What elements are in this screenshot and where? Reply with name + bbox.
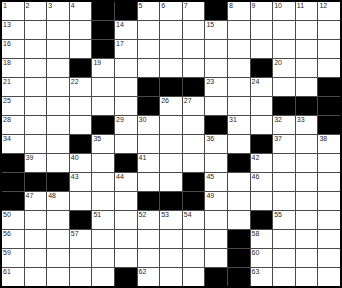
- block-r9-c1: [2, 154, 24, 172]
- cell-r9-c2[interactable]: 39: [25, 154, 47, 172]
- cell-r11-c3[interactable]: 48: [47, 192, 69, 210]
- cell-r11-c15[interactable]: [318, 192, 340, 210]
- cell-r6-c5[interactable]: [92, 97, 114, 115]
- clue-number-27: 27: [184, 97, 192, 105]
- cell-r15-c1[interactable]: 61: [2, 268, 24, 286]
- cell-r7-c1[interactable]: 28: [2, 116, 24, 134]
- block-r11-c9: [183, 192, 205, 210]
- cell-r9-c14[interactable]: [296, 154, 318, 172]
- cell-r4-c3[interactable]: [47, 59, 69, 77]
- block-r3-c5: [92, 40, 114, 58]
- clue-number-34: 34: [3, 135, 11, 143]
- cell-r3-c10[interactable]: [205, 40, 227, 58]
- cell-r7-c7[interactable]: 30: [138, 116, 160, 134]
- cell-r5-c13[interactable]: [273, 78, 295, 96]
- cell-r12-c6[interactable]: [115, 211, 137, 229]
- clue-number-35: 35: [93, 135, 101, 143]
- cell-r12-c1[interactable]: 50: [2, 211, 24, 229]
- cell-r4-c8[interactable]: [160, 59, 182, 77]
- cell-r12-c5[interactable]: 51: [92, 211, 114, 229]
- cell-r1-c2[interactable]: 2: [25, 2, 47, 20]
- cell-r8-c9[interactable]: [183, 135, 205, 153]
- cell-r14-c10[interactable]: [205, 249, 227, 267]
- cell-r10-c5[interactable]: [92, 173, 114, 191]
- clue-number-40: 40: [71, 154, 79, 162]
- cell-r10-c4[interactable]: 43: [70, 173, 92, 191]
- clue-number-60: 60: [252, 249, 260, 257]
- block-r10-c9: [183, 173, 205, 191]
- cell-r3-c9[interactable]: [183, 40, 205, 58]
- block-r12-c4: [70, 211, 92, 229]
- cell-r1-c8[interactable]: 6: [160, 2, 182, 20]
- cell-r7-c12[interactable]: [251, 116, 273, 134]
- cell-r9-c5[interactable]: [92, 154, 114, 172]
- cell-r9-c13[interactable]: [273, 154, 295, 172]
- cell-r6-c2[interactable]: [25, 97, 47, 115]
- cell-r14-c7[interactable]: [138, 249, 160, 267]
- cell-r11-c6[interactable]: [115, 192, 137, 210]
- clue-number-11: 11: [297, 2, 304, 10]
- crossword-grid: 1234567891011121314151617181920212223242…: [0, 0, 342, 288]
- clue-number-33: 33: [297, 116, 305, 124]
- cell-r3-c3[interactable]: [47, 40, 69, 58]
- clue-number-43: 43: [71, 173, 79, 181]
- block-r10-c3: [47, 173, 69, 191]
- cell-r14-c6[interactable]: [115, 249, 137, 267]
- cell-r5-c3[interactable]: [47, 78, 69, 96]
- cell-r1-c14[interactable]: 11: [296, 2, 318, 20]
- cell-r3-c6[interactable]: 17: [115, 40, 137, 58]
- cell-r10-c8[interactable]: [160, 173, 182, 191]
- clue-number-2: 2: [26, 2, 30, 10]
- clue-number-16: 16: [3, 40, 11, 48]
- cell-r11-c12[interactable]: [251, 192, 273, 210]
- clue-number-55: 55: [274, 211, 282, 219]
- cell-r2-c8[interactable]: [160, 21, 182, 39]
- cell-r13-c1[interactable]: 56: [2, 230, 24, 248]
- cell-r14-c8[interactable]: [160, 249, 182, 267]
- clue-number-8: 8: [229, 2, 233, 10]
- clue-number-26: 26: [161, 97, 169, 105]
- cell-r7-c4[interactable]: [70, 116, 92, 134]
- cell-r4-c11[interactable]: [228, 59, 250, 77]
- cell-r6-c4[interactable]: [70, 97, 92, 115]
- cell-r7-c6[interactable]: 29: [115, 116, 137, 134]
- clue-number-39: 39: [26, 154, 34, 162]
- cell-r6-c1[interactable]: 25: [2, 97, 24, 115]
- cell-r3-c8[interactable]: [160, 40, 182, 58]
- cell-r5-c14[interactable]: [296, 78, 318, 96]
- block-r5-c9: [183, 78, 205, 96]
- cell-r4-c10[interactable]: [205, 59, 227, 77]
- cell-r11-c10[interactable]: 49: [205, 192, 227, 210]
- clue-number-63: 63: [252, 268, 260, 276]
- cell-r11-c4[interactable]: [70, 192, 92, 210]
- cell-r8-c1[interactable]: 34: [2, 135, 24, 153]
- cell-r10-c7[interactable]: [138, 173, 160, 191]
- block-r8-c4: [70, 135, 92, 153]
- block-r6-c14: [296, 97, 318, 115]
- cell-r1-c11[interactable]: 8: [228, 2, 250, 20]
- cell-r3-c14[interactable]: [296, 40, 318, 58]
- cell-r2-c12[interactable]: [251, 21, 273, 39]
- cell-r5-c1[interactable]: 21: [2, 78, 24, 96]
- clue-number-54: 54: [184, 211, 192, 219]
- cell-r1-c4[interactable]: 4: [70, 2, 92, 20]
- cell-r3-c4[interactable]: [70, 40, 92, 58]
- cell-r7-c8[interactable]: [160, 116, 182, 134]
- cell-r13-c14[interactable]: [296, 230, 318, 248]
- cell-r8-c6[interactable]: [115, 135, 137, 153]
- clue-number-5: 5: [139, 2, 143, 10]
- cell-r14-c12[interactable]: 60: [251, 249, 273, 267]
- clue-number-30: 30: [139, 116, 147, 124]
- cell-r12-c2[interactable]: [25, 211, 47, 229]
- cell-r1-c9[interactable]: 7: [183, 2, 205, 20]
- block-r13-c11: [228, 230, 250, 248]
- clue-number-1: 1: [3, 2, 7, 10]
- cell-r12-c7[interactable]: 52: [138, 211, 160, 229]
- clue-number-12: 12: [319, 2, 327, 10]
- block-r6-c15: [318, 97, 340, 115]
- cell-r8-c7[interactable]: [138, 135, 160, 153]
- cell-r1-c1[interactable]: 1: [2, 2, 24, 20]
- cell-r8-c15[interactable]: 38: [318, 135, 340, 153]
- cell-r2-c6[interactable]: 14: [115, 21, 137, 39]
- clue-number-28: 28: [3, 116, 11, 124]
- clue-number-50: 50: [3, 211, 11, 219]
- cell-r11-c13[interactable]: [273, 192, 295, 210]
- clue-number-18: 18: [3, 59, 11, 67]
- block-r7-c5: [92, 116, 114, 134]
- cell-r4-c15[interactable]: [318, 59, 340, 77]
- cell-r9-c7[interactable]: 41: [138, 154, 160, 172]
- clue-number-14: 14: [116, 21, 124, 29]
- block-r5-c7: [138, 78, 160, 96]
- cell-r10-c14[interactable]: [296, 173, 318, 191]
- clue-number-21: 21: [3, 78, 11, 86]
- cell-r15-c2[interactable]: [25, 268, 47, 286]
- block-r4-c4: [70, 59, 92, 77]
- cell-r4-c5[interactable]: 19: [92, 59, 114, 77]
- block-r5-c15: [318, 78, 340, 96]
- cell-r15-c12[interactable]: 63: [251, 268, 273, 286]
- clue-number-46: 46: [252, 173, 260, 181]
- cell-r15-c3[interactable]: [47, 268, 69, 286]
- cell-r2-c10[interactable]: 15: [205, 21, 227, 39]
- clue-number-58: 58: [252, 230, 260, 238]
- cell-r13-c7[interactable]: [138, 230, 160, 248]
- cell-r15-c7[interactable]: 62: [138, 268, 160, 286]
- clue-number-23: 23: [206, 78, 214, 86]
- cell-r6-c10[interactable]: [205, 97, 227, 115]
- cell-r6-c12[interactable]: [251, 97, 273, 115]
- cell-r9-c10[interactable]: [205, 154, 227, 172]
- clue-number-57: 57: [71, 230, 79, 238]
- cell-r1-c7[interactable]: 5: [138, 2, 160, 20]
- clue-number-48: 48: [48, 192, 56, 200]
- cell-r12-c13[interactable]: 55: [273, 211, 295, 229]
- cell-r5-c2[interactable]: [25, 78, 47, 96]
- block-r9-c11: [228, 154, 250, 172]
- cell-r2-c2[interactable]: [25, 21, 47, 39]
- clue-number-56: 56: [3, 230, 11, 238]
- cell-r10-c11[interactable]: [228, 173, 250, 191]
- cell-r8-c3[interactable]: [47, 135, 69, 153]
- cell-r13-c10[interactable]: [205, 230, 227, 248]
- cell-r3-c1[interactable]: 16: [2, 40, 24, 58]
- cell-r12-c14[interactable]: [296, 211, 318, 229]
- cell-r14-c1[interactable]: 59: [2, 249, 24, 267]
- cell-r3-c12[interactable]: [251, 40, 273, 58]
- cell-r6-c6[interactable]: [115, 97, 137, 115]
- clue-number-52: 52: [139, 211, 147, 219]
- cell-r8-c2[interactable]: [25, 135, 47, 153]
- block-r9-c6: [115, 154, 137, 172]
- clue-number-45: 45: [206, 173, 214, 181]
- cell-r3-c2[interactable]: [25, 40, 47, 58]
- clue-number-49: 49: [206, 192, 214, 200]
- cell-r15-c13[interactable]: [273, 268, 295, 286]
- clue-number-10: 10: [274, 2, 282, 10]
- block-r7-c15: [318, 116, 340, 134]
- cell-r13-c2[interactable]: [25, 230, 47, 248]
- cell-r14-c5[interactable]: [92, 249, 114, 267]
- cell-r4-c1[interactable]: 18: [2, 59, 24, 77]
- cell-r7-c9[interactable]: [183, 116, 205, 134]
- cell-r5-c4[interactable]: 22: [70, 78, 92, 96]
- cell-r2-c7[interactable]: [138, 21, 160, 39]
- cell-r5-c5[interactable]: [92, 78, 114, 96]
- clue-number-41: 41: [139, 154, 147, 162]
- block-r1-c5: [92, 2, 114, 20]
- cell-r6-c11[interactable]: [228, 97, 250, 115]
- cell-r15-c5[interactable]: [92, 268, 114, 286]
- clue-number-19: 19: [93, 59, 101, 67]
- cell-r13-c12[interactable]: 58: [251, 230, 273, 248]
- cell-r15-c14[interactable]: [296, 268, 318, 286]
- cell-r2-c13[interactable]: [273, 21, 295, 39]
- cell-r5-c6[interactable]: [115, 78, 137, 96]
- cell-r14-c14[interactable]: [296, 249, 318, 267]
- cell-r14-c9[interactable]: [183, 249, 205, 267]
- clue-number-17: 17: [116, 40, 124, 48]
- cell-r9-c3[interactable]: [47, 154, 69, 172]
- block-r11-c1: [2, 192, 24, 210]
- clue-number-61: 61: [3, 268, 11, 276]
- clue-number-29: 29: [116, 116, 124, 124]
- cell-r1-c3[interactable]: 3: [47, 2, 69, 20]
- block-r4-c12: [251, 59, 273, 77]
- cell-r3-c13[interactable]: [273, 40, 295, 58]
- cell-r7-c14[interactable]: 33: [296, 116, 318, 134]
- cell-r13-c15[interactable]: [318, 230, 340, 248]
- block-r6-c13: [273, 97, 295, 115]
- cell-r7-c11[interactable]: 31: [228, 116, 250, 134]
- block-r7-c10: [205, 116, 227, 134]
- clue-number-22: 22: [71, 78, 79, 86]
- cell-r9-c15[interactable]: [318, 154, 340, 172]
- cell-r13-c4[interactable]: 57: [70, 230, 92, 248]
- cell-r15-c9[interactable]: [183, 268, 205, 286]
- block-r5-c8: [160, 78, 182, 96]
- cell-r10-c12[interactable]: 46: [251, 173, 273, 191]
- block-r1-c10: [205, 2, 227, 20]
- cell-r11-c11[interactable]: [228, 192, 250, 210]
- cell-r9-c9[interactable]: [183, 154, 205, 172]
- cell-r8-c5[interactable]: 35: [92, 135, 114, 153]
- cell-r8-c13[interactable]: 37: [273, 135, 295, 153]
- clue-number-36: 36: [206, 135, 214, 143]
- block-r10-c2: [25, 173, 47, 191]
- cell-r2-c9[interactable]: [183, 21, 205, 39]
- cell-r10-c15[interactable]: [318, 173, 340, 191]
- cell-r2-c14[interactable]: [296, 21, 318, 39]
- cell-r13-c3[interactable]: [47, 230, 69, 248]
- block-r14-c11: [228, 249, 250, 267]
- cell-r2-c3[interactable]: [47, 21, 69, 39]
- cell-r6-c3[interactable]: [47, 97, 69, 115]
- cell-r11-c5[interactable]: [92, 192, 114, 210]
- clue-number-9: 9: [252, 2, 256, 10]
- block-r6-c7: [138, 97, 160, 115]
- clue-number-13: 13: [3, 21, 11, 29]
- block-r15-c6: [115, 268, 137, 286]
- cell-r12-c10[interactable]: [205, 211, 227, 229]
- cell-r15-c4[interactable]: [70, 268, 92, 286]
- block-r11-c8: [160, 192, 182, 210]
- cell-r6-c8[interactable]: 26: [160, 97, 182, 115]
- cell-r12-c3[interactable]: [47, 211, 69, 229]
- cell-r1-c13[interactable]: 10: [273, 2, 295, 20]
- cell-r8-c11[interactable]: [228, 135, 250, 153]
- block-r8-c12: [251, 135, 273, 153]
- cell-r15-c15[interactable]: [318, 268, 340, 286]
- cell-r4-c6[interactable]: [115, 59, 137, 77]
- clue-number-47: 47: [26, 192, 34, 200]
- cell-r3-c11[interactable]: [228, 40, 250, 58]
- cell-r4-c9[interactable]: [183, 59, 205, 77]
- cell-r13-c13[interactable]: [273, 230, 295, 248]
- clue-number-53: 53: [161, 211, 169, 219]
- block-r15-c11: [228, 268, 250, 286]
- clue-number-38: 38: [319, 135, 327, 143]
- cell-r8-c10[interactable]: 36: [205, 135, 227, 153]
- clue-number-51: 51: [93, 211, 101, 219]
- clue-number-20: 20: [274, 59, 282, 67]
- cell-r12-c15[interactable]: [318, 211, 340, 229]
- clue-number-6: 6: [161, 2, 165, 10]
- clue-number-31: 31: [229, 116, 237, 124]
- block-r1-c6: [115, 2, 137, 20]
- cell-r1-c15[interactable]: 12: [318, 2, 340, 20]
- clue-number-62: 62: [139, 268, 147, 276]
- cell-r4-c7[interactable]: [138, 59, 160, 77]
- cell-r12-c11[interactable]: [228, 211, 250, 229]
- cell-r9-c8[interactable]: [160, 154, 182, 172]
- clue-number-7: 7: [184, 2, 188, 10]
- cell-r2-c15[interactable]: [318, 21, 340, 39]
- block-r10-c1: [2, 173, 24, 191]
- cell-r14-c13[interactable]: [273, 249, 295, 267]
- cell-r2-c11[interactable]: [228, 21, 250, 39]
- cell-r4-c2[interactable]: [25, 59, 47, 77]
- cell-r13-c6[interactable]: [115, 230, 137, 248]
- cell-r7-c2[interactable]: [25, 116, 47, 134]
- block-r15-c10: [205, 268, 227, 286]
- cell-r15-c8[interactable]: [160, 268, 182, 286]
- cell-r9-c12[interactable]: 42: [251, 154, 273, 172]
- cell-r12-c9[interactable]: 54: [183, 211, 205, 229]
- block-r11-c7: [138, 192, 160, 210]
- cell-r3-c7[interactable]: [138, 40, 160, 58]
- clue-number-59: 59: [3, 249, 11, 257]
- cell-r7-c3[interactable]: [47, 116, 69, 134]
- clue-number-24: 24: [252, 78, 260, 86]
- block-r12-c12: [251, 211, 273, 229]
- cell-r5-c11[interactable]: [228, 78, 250, 96]
- cell-r2-c1[interactable]: 13: [2, 21, 24, 39]
- clue-number-44: 44: [116, 173, 124, 181]
- clue-number-3: 3: [48, 2, 52, 10]
- cell-r13-c8[interactable]: [160, 230, 182, 248]
- cell-r10-c10[interactable]: 45: [205, 173, 227, 191]
- clue-number-32: 32: [274, 116, 282, 124]
- clue-number-37: 37: [274, 135, 282, 143]
- cell-r4-c14[interactable]: [296, 59, 318, 77]
- cell-r9-c4[interactable]: 40: [70, 154, 92, 172]
- clue-number-25: 25: [3, 97, 11, 105]
- cell-r5-c12[interactable]: 24: [251, 78, 273, 96]
- cell-r1-c12[interactable]: 9: [251, 2, 273, 20]
- clue-number-15: 15: [206, 21, 214, 29]
- cell-r8-c14[interactable]: [296, 135, 318, 153]
- cell-r14-c15[interactable]: [318, 249, 340, 267]
- cell-r13-c5[interactable]: [92, 230, 114, 248]
- cell-r10-c13[interactable]: [273, 173, 295, 191]
- cell-r3-c15[interactable]: [318, 40, 340, 58]
- cell-r2-c4[interactable]: [70, 21, 92, 39]
- cell-r4-c13[interactable]: 20: [273, 59, 295, 77]
- cell-r14-c2[interactable]: [25, 249, 47, 267]
- block-r2-c5: [92, 21, 114, 39]
- cell-r10-c6[interactable]: 44: [115, 173, 137, 191]
- cell-r8-c8[interactable]: [160, 135, 182, 153]
- cell-r6-c9[interactable]: 27: [183, 97, 205, 115]
- cell-r12-c8[interactable]: 53: [160, 211, 182, 229]
- cell-r5-c10[interactable]: 23: [205, 78, 227, 96]
- cell-r11-c14[interactable]: [296, 192, 318, 210]
- cell-r11-c2[interactable]: 47: [25, 192, 47, 210]
- cell-r7-c13[interactable]: 32: [273, 116, 295, 134]
- cell-r13-c9[interactable]: [183, 230, 205, 248]
- clue-number-42: 42: [252, 154, 260, 162]
- clue-number-4: 4: [71, 2, 75, 10]
- cell-r14-c4[interactable]: [70, 249, 92, 267]
- cell-r14-c3[interactable]: [47, 249, 69, 267]
